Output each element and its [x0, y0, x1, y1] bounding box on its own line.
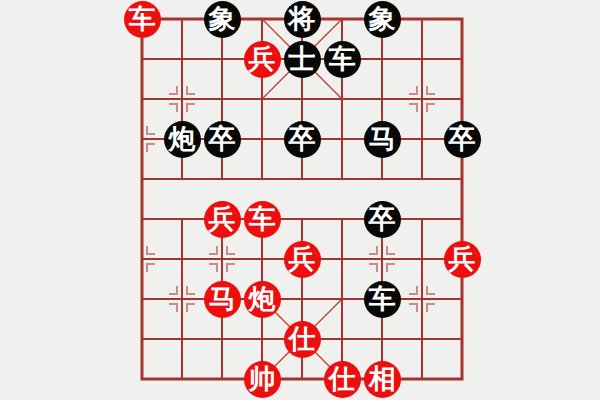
- piece-red-pawn[interactable]: 兵: [444, 241, 481, 278]
- piece-black-pawn[interactable]: 卒: [204, 121, 241, 158]
- piece-red-chariot[interactable]: 车: [124, 1, 161, 38]
- xiangqi-board-screenshot: 车象将象兵士车炮卒卒马卒兵车卒兵兵马炮车仕帅仕相: [0, 0, 600, 400]
- piece-black-horse[interactable]: 马: [364, 121, 401, 158]
- piece-black-chariot[interactable]: 车: [364, 281, 401, 318]
- piece-black-elephant[interactable]: 象: [204, 1, 241, 38]
- piece-black-advisor[interactable]: 士: [284, 41, 321, 78]
- piece-red-cannon[interactable]: 炮: [244, 281, 281, 318]
- piece-red-elephant[interactable]: 相: [364, 361, 401, 398]
- piece-black-elephant[interactable]: 象: [364, 1, 401, 38]
- piece-red-advisor[interactable]: 仕: [284, 321, 321, 358]
- piece-black-cannon[interactable]: 炮: [164, 121, 201, 158]
- piece-red-horse[interactable]: 马: [204, 281, 241, 318]
- piece-black-king[interactable]: 将: [284, 1, 321, 38]
- piece-black-pawn[interactable]: 卒: [444, 121, 481, 158]
- piece-black-pawn[interactable]: 卒: [364, 201, 401, 238]
- piece-red-advisor[interactable]: 仕: [324, 361, 361, 398]
- piece-red-pawn[interactable]: 兵: [284, 241, 321, 278]
- piece-red-pawn[interactable]: 兵: [204, 201, 241, 238]
- piece-black-pawn[interactable]: 卒: [284, 121, 321, 158]
- piece-black-chariot[interactable]: 车: [324, 41, 361, 78]
- piece-red-pawn[interactable]: 兵: [244, 41, 281, 78]
- piece-red-chariot[interactable]: 车: [244, 201, 281, 238]
- xiangqi-board[interactable]: 车象将象兵士车炮卒卒马卒兵车卒兵兵马炮车仕帅仕相: [122, 0, 482, 399]
- piece-red-king[interactable]: 帅: [244, 361, 281, 398]
